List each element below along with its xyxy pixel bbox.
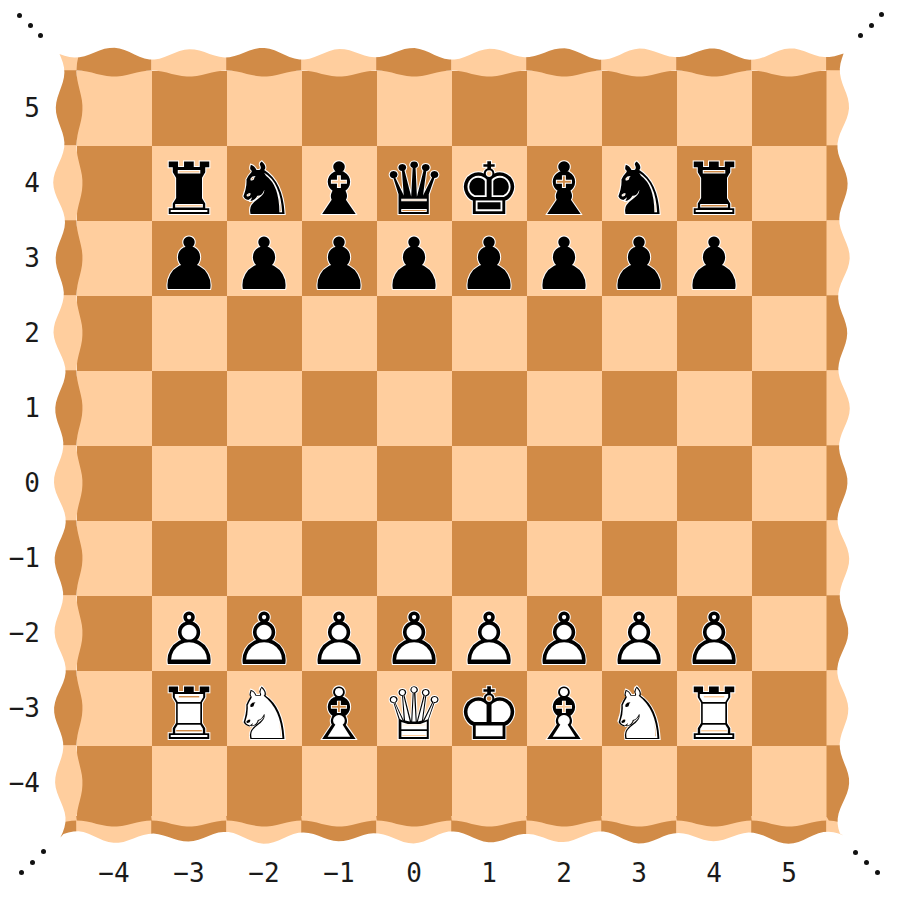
edge-decor-shape: [827, 670, 857, 746]
black-pawn-glyph: ♟: [377, 227, 452, 302]
x-tick-label-3: 3: [599, 858, 679, 888]
continuation-dot-top-right: [879, 12, 884, 17]
board-square-x-1-y0[interactable]: [302, 446, 377, 521]
board-square-x2-y2[interactable]: [527, 296, 602, 371]
board-square-x-1-y1[interactable]: [302, 371, 377, 446]
black-queen[interactable]: ♛♛: [377, 150, 452, 225]
board-square-x-4-y5[interactable]: [77, 71, 152, 146]
board-square-x-3-y0[interactable]: [152, 446, 227, 521]
white-bishop-glyph: ♗: [302, 677, 377, 752]
board-square-x-3-y-3[interactable]: ♜♖: [152, 671, 227, 746]
board-square-x4-y-4[interactable]: [677, 746, 752, 821]
edge-decor-shape: [59, 816, 77, 823]
continuation-dot-bottom-right: [864, 860, 869, 865]
board-square-x0-y-2[interactable]: ♟♙: [377, 596, 452, 671]
board-square-x-3-y-2[interactable]: ♟♙: [152, 596, 227, 671]
board-square-x3-y1[interactable]: [602, 371, 677, 446]
board-square-x-4-y-1[interactable]: [77, 521, 152, 596]
board-square-x-2-y-3[interactable]: ♞♘: [227, 671, 302, 746]
white-knight-glyph: ♘: [227, 677, 302, 752]
white-knight-glyph: ♘: [602, 677, 677, 752]
white-rook[interactable]: ♜♖: [677, 675, 752, 750]
board-square-x-1-y5[interactable]: [302, 71, 377, 146]
board-square-x3-y-1[interactable]: [602, 521, 677, 596]
continuation-dot-top-right: [869, 23, 874, 28]
board-square-x4-y-2[interactable]: ♟♙: [677, 596, 752, 671]
board-square-x5-y0[interactable]: [752, 446, 827, 521]
edge-decor-shape: [526, 816, 602, 856]
edge-decor-shape: [827, 370, 857, 446]
black-pawn[interactable]: ♟♟: [377, 225, 452, 300]
black-pawn[interactable]: ♟♟: [302, 225, 377, 300]
board-square-x0-y0[interactable]: [377, 446, 452, 521]
black-pawn[interactable]: ♟♟: [602, 225, 677, 300]
board-square-x-4-y-4[interactable]: [77, 746, 152, 821]
black-pawn-glyph: ♟: [302, 227, 377, 302]
board-square-x2-y-2[interactable]: ♟♙: [527, 596, 602, 671]
board-square-x1-y5[interactable]: [452, 71, 527, 146]
board-square-x-1-y3[interactable]: ♟♟: [302, 221, 377, 296]
edge-decor-shape: [601, 816, 677, 856]
white-queen[interactable]: ♛♕: [377, 675, 452, 750]
x-tick-label-4: 4: [674, 858, 754, 888]
continuation-dot-bottom-left: [41, 849, 46, 854]
board-square-x3-y-3[interactable]: ♞♘: [602, 671, 677, 746]
black-pawn-glyph: ♟: [452, 227, 527, 302]
board-square-x0-y1[interactable]: [377, 371, 452, 446]
edge-decor-shape: [59, 44, 77, 73]
board-square-x-3-y-4[interactable]: [152, 746, 227, 821]
board-square-x3-y5[interactable]: [602, 71, 677, 146]
black-pawn[interactable]: ♟♟: [227, 225, 302, 300]
continuation-dot-bottom-right: [875, 870, 880, 875]
white-pawn[interactable]: ♟♙: [152, 600, 227, 675]
black-pawn-glyph: ♟: [527, 227, 602, 302]
board-square-x1-y1[interactable]: [452, 371, 527, 446]
board-square-x1-y0[interactable]: [452, 446, 527, 521]
white-knight[interactable]: ♞♘: [602, 675, 677, 750]
x-tick-label-−1: −1: [299, 858, 379, 888]
x-tick-label-−3: −3: [149, 858, 229, 888]
edge-decor-shape: [827, 820, 857, 838]
board-square-x-4-y-3[interactable]: [77, 671, 152, 746]
x-tick-label-5: 5: [749, 858, 829, 888]
black-pawn-glyph: ♟: [152, 227, 227, 302]
board-square-x-1-y4[interactable]: ♝♝: [302, 146, 377, 221]
board-square-x-2-y3[interactable]: ♟♟: [227, 221, 302, 296]
white-pawn[interactable]: ♟♙: [377, 600, 452, 675]
board-square-x4-y-3[interactable]: ♜♖: [677, 671, 752, 746]
board-square-x-4-y-2[interactable]: [77, 596, 152, 671]
y-tick-label-−1: −1: [0, 543, 40, 573]
board-square-x4-y0[interactable]: [677, 446, 752, 521]
edge-decor-shape: [826, 816, 844, 856]
white-pawn-glyph: ♙: [602, 602, 677, 677]
edge-decor-shape: [59, 816, 77, 856]
black-pawn[interactable]: ♟♟: [452, 225, 527, 300]
board-square-x3-y-2[interactable]: ♟♙: [602, 596, 677, 671]
board-square-x-1-y-3[interactable]: ♝♗: [302, 671, 377, 746]
board-square-x5-y-3[interactable]: [752, 671, 827, 746]
black-knight-glyph: ♞: [227, 152, 302, 227]
edge-decor-shape: [826, 44, 844, 73]
edge-decor-shape: [827, 745, 857, 821]
white-pawn-glyph: ♙: [452, 602, 527, 677]
x-tick-label-0: 0: [374, 858, 454, 888]
y-tick-label-−2: −2: [0, 618, 40, 648]
board-square-x2-y-3[interactable]: ♝♗: [527, 671, 602, 746]
y-tick-label-3: 3: [0, 243, 40, 273]
black-rook[interactable]: ♜♜: [152, 150, 227, 225]
board-square-x-3-y2[interactable]: [152, 296, 227, 371]
board-square-x-2-y0[interactable]: [227, 446, 302, 521]
board-square-x5-y4[interactable]: [752, 146, 827, 221]
x-tick-label-−2: −2: [224, 858, 304, 888]
edge-decor-shape: [301, 816, 377, 856]
x-tick-label-1: 1: [449, 858, 529, 888]
board-square-x3-y4[interactable]: ♞♞: [602, 146, 677, 221]
black-bishop[interactable]: ♝♝: [527, 150, 602, 225]
white-pawn-glyph: ♙: [227, 602, 302, 677]
board-square-x2-y5[interactable]: [527, 71, 602, 146]
edge-decor-shape: [751, 816, 827, 856]
chess-position-figure: ♜♜♞♞♝♝♛♛♚♚♝♝♞♞♜♜♟♟♟♟♟♟♟♟♟♟♟♟♟♟♟♟♟♙♟♙♟♙♟♙…: [0, 0, 900, 900]
board-square-x4-y5[interactable]: [677, 71, 752, 146]
board-square-x-2-y-1[interactable]: [227, 521, 302, 596]
edge-decor-shape: [827, 220, 857, 296]
board-square-x-1-y-4[interactable]: [302, 746, 377, 821]
continuation-dot-top-left: [28, 23, 33, 28]
board-square-x3-y3[interactable]: ♟♟: [602, 221, 677, 296]
continuation-dot-bottom-right: [853, 850, 858, 855]
board-square-x-2-y5[interactable]: [227, 71, 302, 146]
x-tick-label-2: 2: [524, 858, 604, 888]
board-square-x0-y-3[interactable]: ♛♕: [377, 671, 452, 746]
board-square-x0-y-1[interactable]: [377, 521, 452, 596]
black-king[interactable]: ♚♚: [452, 150, 527, 225]
edge-decor-shape: [376, 816, 452, 856]
edge-decor-shape: [151, 816, 227, 856]
black-pawn[interactable]: ♟♟: [527, 225, 602, 300]
board-square-x-1-y-2[interactable]: ♟♙: [302, 596, 377, 671]
continuation-dot-bottom-left: [19, 870, 24, 875]
white-pawn-glyph: ♙: [377, 602, 452, 677]
board-square-x2-y3[interactable]: ♟♟: [527, 221, 602, 296]
board-square-x1-y3[interactable]: ♟♟: [452, 221, 527, 296]
board-square-x-3-y1[interactable]: [152, 371, 227, 446]
edge-decor-shape: [827, 595, 857, 671]
black-rook-glyph: ♜: [152, 152, 227, 227]
black-pawn-glyph: ♟: [677, 227, 752, 302]
white-pawn[interactable]: ♟♙: [602, 600, 677, 675]
black-pawn-glyph: ♟: [602, 227, 677, 302]
black-queen-glyph: ♛: [377, 152, 452, 227]
continuation-dot-top-left: [17, 13, 22, 18]
black-bishop-glyph: ♝: [302, 152, 377, 227]
board-square-x2-y0[interactable]: [527, 446, 602, 521]
board-square-x0-y4[interactable]: ♛♛: [377, 146, 452, 221]
board-square-x-3-y5[interactable]: [152, 71, 227, 146]
board-square-x0-y2[interactable]: [377, 296, 452, 371]
board-square-x1-y-3[interactable]: ♚♔: [452, 671, 527, 746]
board-square-x5-y1[interactable]: [752, 371, 827, 446]
continuation-dot-bottom-left: [30, 860, 35, 865]
continuation-dot-top-left: [38, 33, 43, 38]
white-pawn[interactable]: ♟♙: [452, 600, 527, 675]
white-queen-glyph: ♕: [377, 677, 452, 752]
edge-decor-shape: [44, 53, 79, 71]
black-rook[interactable]: ♜♜: [677, 150, 752, 225]
board-square-x-2-y-2[interactable]: ♟♙: [227, 596, 302, 671]
board-square-x-2-y2[interactable]: [227, 296, 302, 371]
board-square-x1-y-4[interactable]: [452, 746, 527, 821]
edge-decor-shape: [676, 816, 752, 856]
board-square-x-3-y4[interactable]: ♜♜: [152, 146, 227, 221]
board-square-x4-y-1[interactable]: [677, 521, 752, 596]
board-square-x1-y-1[interactable]: [452, 521, 527, 596]
board-square-x5-y3[interactable]: [752, 221, 827, 296]
board-square-x-3-y3[interactable]: ♟♟: [152, 221, 227, 296]
white-pawn-glyph: ♙: [302, 602, 377, 677]
white-rook-glyph: ♖: [677, 677, 752, 752]
black-pawn[interactable]: ♟♟: [152, 225, 227, 300]
board-square-x5-y-1[interactable]: [752, 521, 827, 596]
white-bishop-glyph: ♗: [527, 677, 602, 752]
board-square-x5-y2[interactable]: [752, 296, 827, 371]
board-square-x-4-y2[interactable]: [77, 296, 152, 371]
board-square-x-1-y-1[interactable]: [302, 521, 377, 596]
edge-decor-shape: [826, 816, 844, 823]
white-rook[interactable]: ♜♖: [152, 675, 227, 750]
black-king-glyph: ♚: [452, 152, 527, 227]
edge-decor-shape: [827, 445, 857, 521]
board-square-x5-y-4[interactable]: [752, 746, 827, 821]
white-pawn[interactable]: ♟♙: [527, 600, 602, 675]
board-square-x3-y0[interactable]: [602, 446, 677, 521]
black-knight[interactable]: ♞♞: [227, 150, 302, 225]
board-square-x-4-y3[interactable]: [77, 221, 152, 296]
board-square-x-1-y2[interactable]: [302, 296, 377, 371]
continuation-dot-top-right: [858, 33, 863, 38]
board-square-x1-y2[interactable]: [452, 296, 527, 371]
chess-board: ♜♜♞♞♝♝♛♛♚♚♝♝♞♞♜♜♟♟♟♟♟♟♟♟♟♟♟♟♟♟♟♟♟♙♟♙♟♙♟♙…: [77, 71, 827, 821]
board-square-x0-y3[interactable]: ♟♟: [377, 221, 452, 296]
white-knight[interactable]: ♞♘: [227, 675, 302, 750]
board-square-x3-y2[interactable]: [602, 296, 677, 371]
black-bishop[interactable]: ♝♝: [302, 150, 377, 225]
edge-decor-shape: [226, 816, 302, 856]
board-square-x-2-y4[interactable]: ♞♞: [227, 146, 302, 221]
black-knight-glyph: ♞: [602, 152, 677, 227]
black-bishop-glyph: ♝: [527, 152, 602, 227]
black-knight[interactable]: ♞♞: [602, 150, 677, 225]
y-tick-label-−4: −4: [0, 768, 40, 798]
white-king[interactable]: ♚♔: [452, 675, 527, 750]
board-square-x-4-y1[interactable]: [77, 371, 152, 446]
board-square-x5-y-2[interactable]: [752, 596, 827, 671]
board-square-x4-y1[interactable]: [677, 371, 752, 446]
edge-decor-shape: [827, 70, 857, 146]
board-square-x-2-y1[interactable]: [227, 371, 302, 446]
white-pawn[interactable]: ♟♙: [227, 600, 302, 675]
board-square-x5-y5[interactable]: [752, 71, 827, 146]
edge-decor-shape: [451, 816, 527, 856]
x-tick-label-−4: −4: [74, 858, 154, 888]
edge-decor-shape: [76, 816, 152, 856]
y-tick-label-2: 2: [0, 318, 40, 348]
board-square-x-2-y-4[interactable]: [227, 746, 302, 821]
board-square-x4-y3[interactable]: ♟♟: [677, 221, 752, 296]
black-pawn-glyph: ♟: [227, 227, 302, 302]
white-bishop[interactable]: ♝♗: [527, 675, 602, 750]
y-tick-label-0: 0: [0, 468, 40, 498]
edge-decor-shape: [827, 53, 857, 71]
y-tick-label-4: 4: [0, 168, 40, 198]
board-square-x4-y2[interactable]: [677, 296, 752, 371]
board-square-x2-y4[interactable]: ♝♝: [527, 146, 602, 221]
white-pawn[interactable]: ♟♙: [302, 600, 377, 675]
board-square-x4-y4[interactable]: ♜♜: [677, 146, 752, 221]
y-tick-label-5: 5: [0, 93, 40, 123]
board-square-x1-y-2[interactable]: ♟♙: [452, 596, 527, 671]
board-square-x-4-y0[interactable]: [77, 446, 152, 521]
board-square-x1-y4[interactable]: ♚♚: [452, 146, 527, 221]
white-rook-glyph: ♖: [152, 677, 227, 752]
board-square-x2-y-1[interactable]: [527, 521, 602, 596]
board-square-x-4-y4[interactable]: [77, 146, 152, 221]
board-square-x0-y-4[interactable]: [377, 746, 452, 821]
edge-decor-shape: [827, 520, 857, 596]
white-bishop[interactable]: ♝♗: [302, 675, 377, 750]
black-pawn[interactable]: ♟♟: [677, 225, 752, 300]
y-tick-label-−3: −3: [0, 693, 40, 723]
black-rook-glyph: ♜: [677, 152, 752, 227]
edge-decor-shape: [827, 145, 857, 221]
edge-decor-shape: [44, 820, 79, 838]
white-pawn[interactable]: ♟♙: [677, 600, 752, 675]
board-square-x2-y1[interactable]: [527, 371, 602, 446]
board-square-x0-y5[interactable]: [377, 71, 452, 146]
white-pawn-glyph: ♙: [677, 602, 752, 677]
board-square-x2-y-4[interactable]: [527, 746, 602, 821]
y-tick-label-1: 1: [0, 393, 40, 423]
white-king-glyph: ♔: [452, 677, 527, 752]
edge-decor-shape: [827, 295, 857, 371]
board-square-x3-y-4[interactable]: [602, 746, 677, 821]
white-pawn-glyph: ♙: [527, 602, 602, 677]
board-square-x-3-y-1[interactable]: [152, 521, 227, 596]
white-pawn-glyph: ♙: [152, 602, 227, 677]
